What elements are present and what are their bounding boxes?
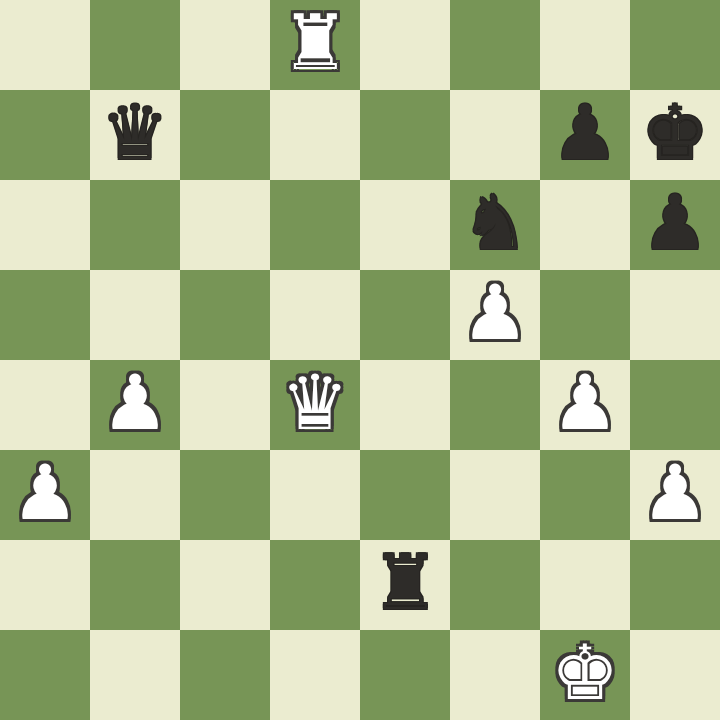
square-h4[interactable] — [630, 360, 720, 450]
square-h3[interactable]: ♟ — [630, 450, 720, 540]
square-c7[interactable] — [180, 90, 270, 180]
square-e4[interactable] — [360, 360, 450, 450]
square-e2[interactable]: ♜ — [360, 540, 450, 630]
square-h7[interactable]: ♚ — [630, 90, 720, 180]
square-h8[interactable] — [630, 0, 720, 90]
square-g1[interactable]: ♚ — [540, 630, 630, 720]
square-d5[interactable] — [270, 270, 360, 360]
square-b3[interactable] — [90, 450, 180, 540]
square-d6[interactable] — [270, 180, 360, 270]
square-a4[interactable] — [0, 360, 90, 450]
square-c3[interactable] — [180, 450, 270, 540]
square-a8[interactable] — [0, 0, 90, 90]
square-f4[interactable] — [450, 360, 540, 450]
square-c8[interactable] — [180, 0, 270, 90]
square-h2[interactable] — [630, 540, 720, 630]
square-e8[interactable] — [360, 0, 450, 90]
square-e5[interactable] — [360, 270, 450, 360]
square-g7[interactable]: ♟ — [540, 90, 630, 180]
white-queen[interactable]: ♛ — [281, 365, 349, 441]
square-a7[interactable] — [0, 90, 90, 180]
square-f6[interactable]: ♞ — [450, 180, 540, 270]
white-pawn[interactable]: ♟ — [101, 365, 169, 441]
black-knight[interactable]: ♞ — [461, 185, 529, 261]
white-rook[interactable]: ♜ — [281, 5, 349, 81]
square-e7[interactable] — [360, 90, 450, 180]
white-king[interactable]: ♚ — [551, 635, 619, 711]
black-pawn[interactable]: ♟ — [551, 95, 619, 171]
square-e3[interactable] — [360, 450, 450, 540]
square-h6[interactable]: ♟ — [630, 180, 720, 270]
square-e6[interactable] — [360, 180, 450, 270]
square-c6[interactable] — [180, 180, 270, 270]
square-g6[interactable] — [540, 180, 630, 270]
square-h1[interactable] — [630, 630, 720, 720]
square-c4[interactable] — [180, 360, 270, 450]
square-f8[interactable] — [450, 0, 540, 90]
square-d3[interactable] — [270, 450, 360, 540]
square-b1[interactable] — [90, 630, 180, 720]
square-f5[interactable]: ♟ — [450, 270, 540, 360]
square-d4[interactable]: ♛ — [270, 360, 360, 450]
black-queen[interactable]: ♛ — [101, 95, 169, 171]
square-b7[interactable]: ♛ — [90, 90, 180, 180]
square-b8[interactable] — [90, 0, 180, 90]
square-f1[interactable] — [450, 630, 540, 720]
square-f2[interactable] — [450, 540, 540, 630]
square-a3[interactable]: ♟ — [0, 450, 90, 540]
white-pawn[interactable]: ♟ — [641, 455, 709, 531]
square-f7[interactable] — [450, 90, 540, 180]
square-g4[interactable]: ♟ — [540, 360, 630, 450]
black-rook[interactable]: ♜ — [371, 545, 439, 621]
white-pawn[interactable]: ♟ — [11, 455, 79, 531]
square-b4[interactable]: ♟ — [90, 360, 180, 450]
square-e1[interactable] — [360, 630, 450, 720]
square-a5[interactable] — [0, 270, 90, 360]
square-h5[interactable] — [630, 270, 720, 360]
square-b2[interactable] — [90, 540, 180, 630]
white-pawn[interactable]: ♟ — [461, 275, 529, 351]
square-g8[interactable] — [540, 0, 630, 90]
black-pawn[interactable]: ♟ — [641, 185, 709, 261]
square-c5[interactable] — [180, 270, 270, 360]
black-king[interactable]: ♚ — [641, 95, 709, 171]
square-c1[interactable] — [180, 630, 270, 720]
square-a1[interactable] — [0, 630, 90, 720]
chess-board: ♜♛♟♚♞♟♟♟♛♟♟♟♜♚ — [0, 0, 720, 720]
square-g5[interactable] — [540, 270, 630, 360]
square-a2[interactable] — [0, 540, 90, 630]
square-b5[interactable] — [90, 270, 180, 360]
square-c2[interactable] — [180, 540, 270, 630]
square-f3[interactable] — [450, 450, 540, 540]
square-d1[interactable] — [270, 630, 360, 720]
square-d2[interactable] — [270, 540, 360, 630]
square-d7[interactable] — [270, 90, 360, 180]
square-g2[interactable] — [540, 540, 630, 630]
square-b6[interactable] — [90, 180, 180, 270]
white-pawn[interactable]: ♟ — [551, 365, 619, 441]
square-g3[interactable] — [540, 450, 630, 540]
square-d8[interactable]: ♜ — [270, 0, 360, 90]
square-a6[interactable] — [0, 180, 90, 270]
